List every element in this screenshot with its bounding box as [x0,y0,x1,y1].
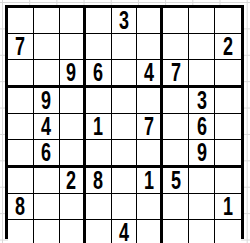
cell-r8c2[interactable] [34,194,60,220]
cell-r3c7[interactable]: 7 [163,60,189,88]
cell-r5c2[interactable]: 4 [34,114,60,140]
given-digit: 5 [171,168,181,193]
cell-r3c1[interactable] [8,60,34,88]
cell-r9c3[interactable] [60,220,86,243]
cell-r8c4[interactable] [86,194,112,220]
cell-r2c3[interactable] [60,34,86,60]
cell-r3c6[interactable]: 4 [137,60,163,88]
cell-r8c6[interactable] [137,194,163,220]
given-digit: 8 [93,168,103,193]
given-digit: 9 [197,140,207,165]
cell-r7c6[interactable]: 1 [137,168,163,194]
cell-r6c5[interactable] [112,140,138,168]
cell-r9c6[interactable] [137,220,163,243]
cell-r2c1[interactable]: 7 [8,34,34,60]
cell-r8c9[interactable]: 1 [215,194,241,220]
cell-r5c6[interactable]: 7 [137,114,163,140]
given-digit: 4 [144,60,154,85]
cell-r1c2[interactable] [34,8,60,34]
given-digit: 3 [197,88,207,113]
cell-r7c9[interactable] [215,168,241,194]
cell-r5c4[interactable]: 1 [86,114,112,140]
cell-r2c5[interactable] [112,34,138,60]
cell-r1c3[interactable] [60,8,86,34]
cell-r3c2[interactable] [34,60,60,88]
given-digit: 8 [15,194,25,219]
given-digit: 7 [15,34,25,59]
given-digit: 9 [41,88,51,113]
cell-r4c9[interactable] [215,88,241,114]
sudoku-board: 3729647934176692815814 [5,5,244,239]
cell-r9c4[interactable] [86,220,112,243]
given-digit: 1 [144,168,154,193]
cell-r5c3[interactable] [60,114,86,140]
cell-r5c7[interactable] [163,114,189,140]
cell-r1c8[interactable] [189,8,215,34]
cell-r2c6[interactable] [137,34,163,60]
cell-r4c1[interactable] [8,88,34,114]
cell-r4c4[interactable] [86,88,112,114]
cell-r7c8[interactable] [189,168,215,194]
cell-r4c3[interactable] [60,88,86,114]
cell-r6c6[interactable] [137,140,163,168]
cell-r2c4[interactable] [86,34,112,60]
cell-r9c1[interactable] [8,220,34,243]
cell-r2c9[interactable]: 2 [215,34,241,60]
given-digit: 1 [93,114,103,139]
cell-r7c1[interactable] [8,168,34,194]
cell-r6c7[interactable] [163,140,189,168]
cell-r8c7[interactable] [163,194,189,220]
cell-r1c4[interactable] [86,8,112,34]
cell-r7c5[interactable] [112,168,138,194]
given-digit: 1 [223,194,233,219]
cell-r8c8[interactable] [189,194,215,220]
cell-r3c4[interactable]: 6 [86,60,112,88]
given-digit: 2 [223,34,233,59]
cell-r3c5[interactable] [112,60,138,88]
cell-r3c9[interactable] [215,60,241,88]
cell-r9c5[interactable]: 4 [112,220,138,243]
cell-r4c8[interactable]: 3 [189,88,215,114]
given-digit: 7 [144,114,154,139]
cell-r5c1[interactable] [8,114,34,140]
given-digit: 6 [41,140,51,165]
cell-r8c5[interactable] [112,194,138,220]
cell-r6c4[interactable] [86,140,112,168]
cell-r7c3[interactable]: 2 [60,168,86,194]
cell-r6c3[interactable] [60,140,86,168]
cell-r6c8[interactable]: 9 [189,140,215,168]
cell-r9c9[interactable] [215,220,241,243]
cell-r7c2[interactable] [34,168,60,194]
cell-r2c2[interactable] [34,34,60,60]
given-digit: 4 [119,220,129,243]
given-digit: 4 [41,114,51,139]
cell-r1c6[interactable] [137,8,163,34]
given-digit: 3 [119,8,129,33]
cell-r5c8[interactable]: 6 [189,114,215,140]
given-digit: 6 [93,60,103,85]
cell-r8c3[interactable] [60,194,86,220]
cell-r1c5[interactable]: 3 [112,8,138,34]
cell-r4c5[interactable] [112,88,138,114]
given-digit: 9 [66,60,76,85]
cell-r8c1[interactable]: 8 [8,194,34,220]
cell-r1c7[interactable] [163,8,189,34]
given-digit: 7 [171,60,181,85]
given-digit: 6 [197,114,207,139]
cell-r3c3[interactable]: 9 [60,60,86,88]
cell-r2c8[interactable] [189,34,215,60]
cell-r9c8[interactable] [189,220,215,243]
cell-r3c8[interactable] [189,60,215,88]
given-digit: 2 [66,168,76,193]
cell-r5c5[interactable] [112,114,138,140]
cell-r5c9[interactable] [215,114,241,140]
cell-r9c2[interactable] [34,220,60,243]
cell-r1c9[interactable] [215,8,241,34]
cell-r4c2[interactable]: 9 [34,88,60,114]
cell-r7c4[interactable]: 8 [86,168,112,194]
cell-r4c7[interactable] [163,88,189,114]
cell-r4c6[interactable] [137,88,163,114]
cell-r9c7[interactable] [163,220,189,243]
cell-r6c1[interactable] [8,140,34,168]
cell-r6c2[interactable]: 6 [34,140,60,168]
cell-r2c7[interactable] [163,34,189,60]
cell-r7c7[interactable]: 5 [163,168,189,194]
cell-r6c9[interactable] [215,140,241,168]
cell-r1c1[interactable] [8,8,34,34]
